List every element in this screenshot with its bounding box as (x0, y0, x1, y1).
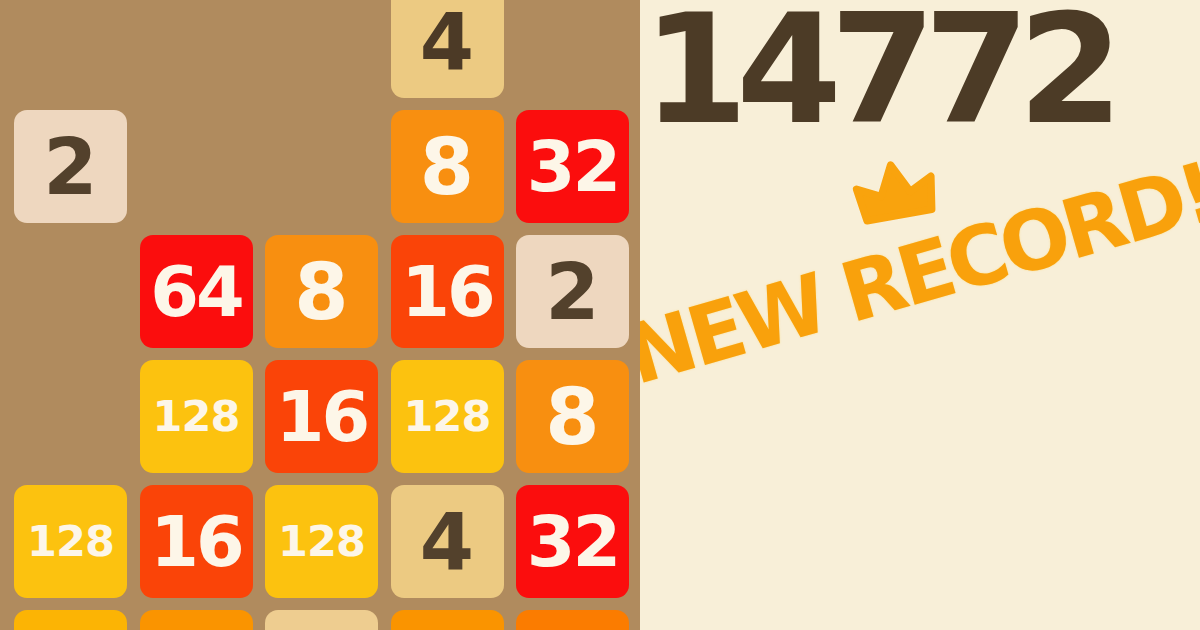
tile-32: 32 (516, 485, 629, 598)
tile-4: 4 (391, 0, 504, 98)
tile-128: 128 (140, 360, 253, 473)
tile-128: 128 (14, 485, 127, 598)
tile-partial (14, 610, 127, 630)
tile-partial (140, 610, 253, 630)
tile-32: 32 (516, 110, 629, 223)
tile-128: 128 (391, 360, 504, 473)
tile-64: 64 (140, 235, 253, 348)
tile-16: 16 (391, 235, 504, 348)
tile-4: 4 (391, 485, 504, 598)
tile-8: 8 (391, 110, 504, 223)
tile-partial (516, 610, 629, 630)
game-screenshot: 4283264816212816128812816128432 14772 NE… (0, 0, 1200, 630)
score-value: 14772 (640, 0, 1114, 146)
tile-8: 8 (516, 360, 629, 473)
tile-grid[interactable]: 4283264816212816128812816128432 (14, 0, 629, 630)
tile-2: 2 (516, 235, 629, 348)
tile-128: 128 (265, 485, 378, 598)
tile-partial (391, 610, 504, 630)
tile-2: 2 (14, 110, 127, 223)
tile-16: 16 (140, 485, 253, 598)
tile-16: 16 (265, 360, 378, 473)
score-panel: 14772 NEW RECORD! (640, 0, 1200, 630)
board-panel[interactable]: 4283264816212816128812816128432 (0, 0, 640, 630)
tile-8: 8 (265, 235, 378, 348)
tile-partial (265, 610, 378, 630)
